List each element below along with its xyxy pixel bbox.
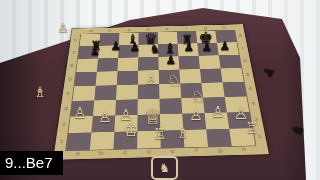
rank-label-3: 3 — [55, 106, 78, 111]
square-b3 — [93, 100, 116, 116]
file-label-top-h: h — [215, 25, 235, 29]
square-e4 — [159, 83, 181, 98]
file-label-f: f — [184, 147, 208, 153]
square-f7 — [178, 43, 199, 56]
square-f3 — [181, 98, 204, 114]
square-c1 — [113, 131, 137, 149]
square-b8 — [99, 33, 119, 46]
file-label-e: e — [161, 148, 185, 154]
square-g8 — [196, 31, 217, 43]
rank-label-4: 4 — [57, 91, 79, 96]
square-g2 — [205, 112, 230, 129]
square-g4 — [201, 82, 224, 97]
square-f6 — [178, 56, 199, 70]
square-e8 — [158, 32, 178, 45]
square-b1 — [90, 132, 115, 150]
rank-label-right-7: 7 — [232, 46, 253, 50]
chess-board: aabbccddeeffgghh1122334455667788 — [53, 24, 269, 160]
square-e3 — [159, 98, 182, 114]
square-f2 — [182, 113, 206, 130]
square-e6 — [158, 56, 179, 70]
square-c5 — [117, 71, 138, 86]
square-g5 — [200, 68, 223, 82]
file-label-d: d — [137, 149, 161, 155]
video-frame: aabbccddeeffgghh1122334455667788 ♜♟♟♝♟♛♞… — [0, 0, 320, 180]
square-c3 — [115, 99, 138, 115]
file-label-top-a: a — [81, 29, 100, 33]
square-g3 — [203, 97, 227, 113]
square-f5 — [179, 69, 201, 83]
rank-label-6: 6 — [62, 63, 83, 67]
dgt-logo: ♞ — [151, 156, 178, 180]
file-label-top-b: b — [100, 28, 119, 32]
square-d2 — [137, 114, 160, 131]
square-d4 — [138, 84, 160, 99]
file-label-top-g: g — [196, 26, 215, 30]
square-d3 — [138, 99, 160, 115]
rank-label-right-3: 3 — [242, 101, 265, 106]
square-d7 — [138, 44, 158, 57]
square-b5 — [96, 71, 118, 86]
rank-label-5: 5 — [59, 77, 80, 82]
rank-label-right-1: 1 — [247, 133, 271, 139]
rank-label-1: 1 — [50, 139, 74, 145]
square-e7 — [158, 44, 178, 57]
rank-label-7: 7 — [64, 50, 84, 54]
horse-icon: ♞ — [159, 162, 170, 174]
rank-label-right-8: 8 — [230, 34, 250, 38]
square-b4 — [94, 85, 116, 100]
square-c8 — [119, 33, 139, 46]
file-label-top-e: e — [158, 27, 177, 31]
square-e2 — [160, 114, 183, 131]
square-g6 — [199, 55, 221, 69]
square-e5 — [159, 70, 181, 84]
square-d5 — [138, 70, 159, 84]
file-label-top-d: d — [139, 27, 158, 31]
file-label-c: c — [113, 149, 137, 155]
square-c2 — [114, 115, 137, 132]
playing-squares — [66, 30, 255, 150]
square-f4 — [180, 83, 203, 98]
square-e1 — [160, 130, 184, 148]
square-f1 — [183, 129, 208, 147]
square-d8 — [138, 32, 158, 45]
square-d1 — [137, 131, 161, 149]
file-label-top-c: c — [119, 28, 138, 32]
rank-label-right-4: 4 — [239, 86, 261, 91]
move-caption: 9...Be7 — [0, 151, 63, 175]
file-label-g: g — [208, 147, 232, 153]
square-c4 — [116, 85, 138, 100]
square-b6 — [97, 58, 118, 72]
rank-label-8: 8 — [66, 38, 86, 42]
square-f8 — [177, 31, 197, 43]
square-d6 — [138, 57, 159, 71]
rank-label-2: 2 — [52, 122, 75, 127]
rank-label-right-5: 5 — [237, 72, 259, 77]
square-b7 — [98, 45, 119, 58]
file-label-h: h — [232, 146, 257, 152]
square-g1 — [206, 129, 231, 147]
file-label-b: b — [89, 150, 113, 156]
rank-label-right-2: 2 — [245, 117, 269, 122]
coordinate-labels: aabbccddeeffgghh1122334455667788 — [72, 24, 242, 28]
square-c7 — [118, 45, 138, 58]
rank-label-right-6: 6 — [235, 59, 256, 63]
file-label-top-f: f — [177, 26, 196, 30]
square-c6 — [117, 57, 138, 71]
square-b2 — [91, 115, 115, 132]
square-g7 — [197, 43, 218, 56]
file-label-a: a — [65, 151, 89, 157]
